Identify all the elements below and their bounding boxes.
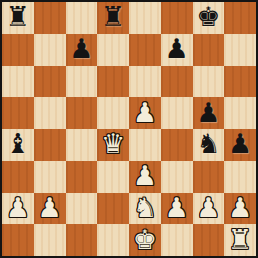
square-b4[interactable]: [34, 129, 66, 161]
square-g2[interactable]: ♟: [193, 193, 225, 225]
square-h6[interactable]: [224, 66, 256, 98]
chess-board: ♜♜♚♟♟♟♟♝♛♞♟♟♟♟♞♟♟♟♚♜: [0, 0, 258, 258]
square-g5[interactable]: ♟: [193, 97, 225, 129]
square-d1[interactable]: [97, 224, 129, 256]
square-h1[interactable]: ♜: [224, 224, 256, 256]
piece-white-knight: ♞: [133, 194, 157, 221]
square-b3[interactable]: [34, 161, 66, 193]
square-h7[interactable]: [224, 34, 256, 66]
square-f6[interactable]: [161, 66, 193, 98]
square-g3[interactable]: [193, 161, 225, 193]
square-d6[interactable]: [97, 66, 129, 98]
square-e3[interactable]: ♟: [129, 161, 161, 193]
piece-black-pawn: ♟: [69, 35, 93, 62]
square-d3[interactable]: [97, 161, 129, 193]
square-b2[interactable]: ♟: [34, 193, 66, 225]
square-h5[interactable]: [224, 97, 256, 129]
square-f5[interactable]: [161, 97, 193, 129]
piece-white-pawn: ♟: [196, 194, 220, 221]
piece-white-pawn: ♟: [228, 194, 252, 221]
square-f3[interactable]: [161, 161, 193, 193]
square-e7[interactable]: [129, 34, 161, 66]
square-b1[interactable]: [34, 224, 66, 256]
square-a1[interactable]: [2, 224, 34, 256]
square-e6[interactable]: [129, 66, 161, 98]
square-f1[interactable]: [161, 224, 193, 256]
square-g1[interactable]: [193, 224, 225, 256]
square-h4[interactable]: ♟: [224, 129, 256, 161]
square-g4[interactable]: ♞: [193, 129, 225, 161]
square-b8[interactable]: [34, 2, 66, 34]
square-d7[interactable]: [97, 34, 129, 66]
square-d8[interactable]: ♜: [97, 2, 129, 34]
piece-black-rook: ♜: [101, 3, 125, 30]
square-e5[interactable]: ♟: [129, 97, 161, 129]
piece-black-king: ♚: [196, 3, 220, 30]
piece-black-pawn: ♟: [165, 35, 189, 62]
square-a4[interactable]: ♝: [2, 129, 34, 161]
square-h2[interactable]: ♟: [224, 193, 256, 225]
square-e1[interactable]: ♚: [129, 224, 161, 256]
square-a7[interactable]: [2, 34, 34, 66]
square-c8[interactable]: [66, 2, 98, 34]
square-a5[interactable]: [2, 97, 34, 129]
square-b6[interactable]: [34, 66, 66, 98]
piece-white-rook: ♜: [228, 226, 252, 253]
square-h8[interactable]: [224, 2, 256, 34]
piece-black-pawn: ♟: [228, 130, 252, 157]
square-d2[interactable]: [97, 193, 129, 225]
square-f4[interactable]: [161, 129, 193, 161]
square-c1[interactable]: [66, 224, 98, 256]
square-a3[interactable]: [2, 161, 34, 193]
piece-white-pawn: ♟: [133, 162, 157, 189]
square-c2[interactable]: [66, 193, 98, 225]
piece-white-queen: ♛: [101, 130, 125, 157]
square-e2[interactable]: ♞: [129, 193, 161, 225]
square-d5[interactable]: [97, 97, 129, 129]
square-f2[interactable]: ♟: [161, 193, 193, 225]
square-a2[interactable]: ♟: [2, 193, 34, 225]
square-b5[interactable]: [34, 97, 66, 129]
square-g8[interactable]: ♚: [193, 2, 225, 34]
square-c6[interactable]: [66, 66, 98, 98]
piece-black-knight: ♞: [196, 130, 220, 157]
piece-white-pawn: ♟: [133, 99, 157, 126]
square-g6[interactable]: [193, 66, 225, 98]
square-g7[interactable]: [193, 34, 225, 66]
square-c3[interactable]: [66, 161, 98, 193]
piece-black-bishop: ♝: [6, 130, 30, 157]
piece-black-rook: ♜: [6, 3, 30, 30]
piece-white-king: ♚: [133, 226, 157, 253]
piece-white-pawn: ♟: [38, 194, 62, 221]
piece-black-pawn: ♟: [196, 99, 220, 126]
square-c7[interactable]: ♟: [66, 34, 98, 66]
square-a8[interactable]: ♜: [2, 2, 34, 34]
square-b7[interactable]: [34, 34, 66, 66]
square-a6[interactable]: [2, 66, 34, 98]
square-c4[interactable]: [66, 129, 98, 161]
piece-white-pawn: ♟: [165, 194, 189, 221]
square-f7[interactable]: ♟: [161, 34, 193, 66]
square-d4[interactable]: ♛: [97, 129, 129, 161]
piece-white-pawn: ♟: [6, 194, 30, 221]
square-f8[interactable]: [161, 2, 193, 34]
square-c5[interactable]: [66, 97, 98, 129]
square-h3[interactable]: [224, 161, 256, 193]
square-e8[interactable]: [129, 2, 161, 34]
square-e4[interactable]: [129, 129, 161, 161]
